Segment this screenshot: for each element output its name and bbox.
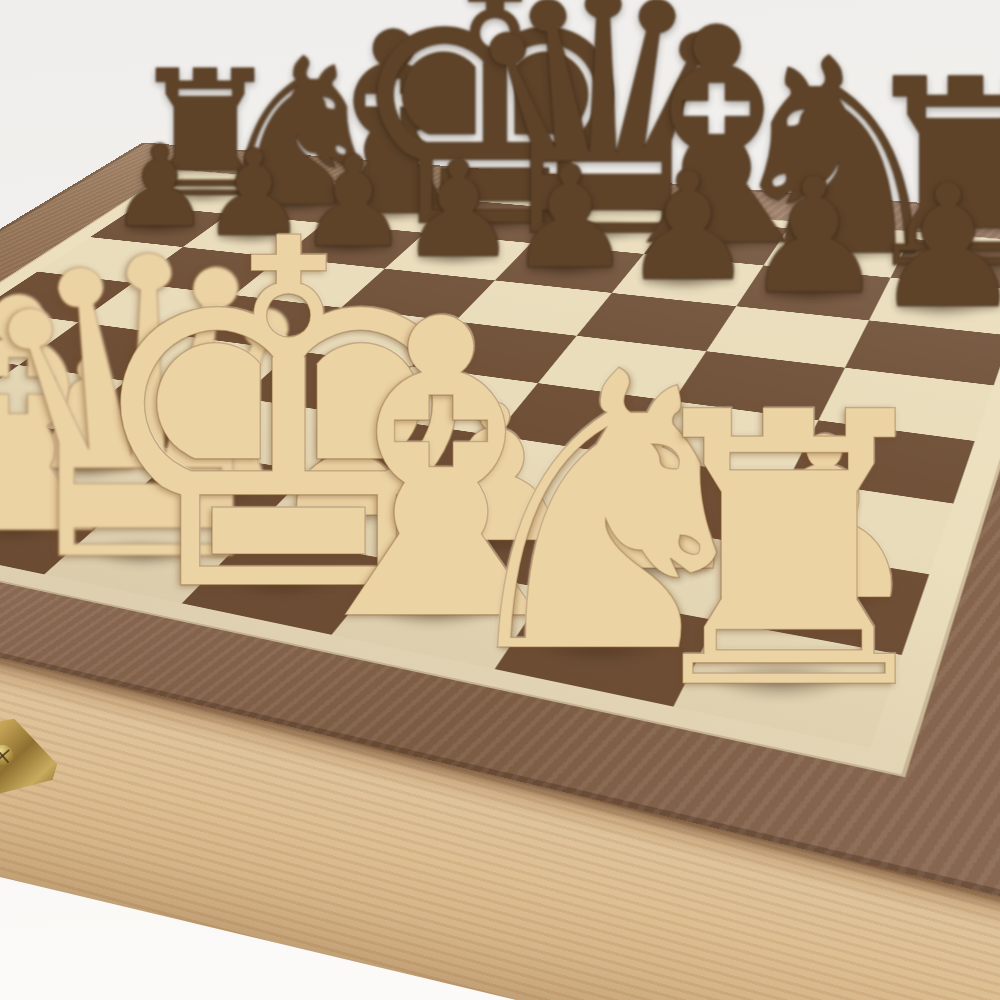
chess-piece-glyph: ♜ [620, 363, 958, 741]
chess-set-photo: ♜♞♝♚♛♝♞♜♟♟♟♟♟♟♟♟♟♟♟♟♟♟♟♟♞♝♛♚♝♞♜ [0, 0, 1000, 1000]
chess-piece-glyph: ♟ [871, 161, 1000, 333]
white-rook-h1: ♜ [789, 681, 1000, 1000]
pieces-layer: ♜♞♝♚♛♝♞♜♟♟♟♟♟♟♟♟♟♟♟♟♟♟♟♟♞♝♛♚♝♞♜ [0, 0, 1000, 1000]
chess-piece-glyph: ♟ [621, 152, 757, 303]
